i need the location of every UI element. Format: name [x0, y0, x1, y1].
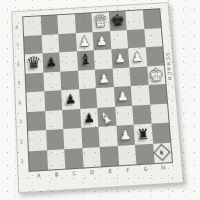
square-g1 — [135, 143, 154, 164]
square-c3 — [62, 108, 81, 129]
square-h3 — [150, 103, 169, 123]
square-a6: ♛ — [25, 53, 43, 73]
square-e1 — [100, 145, 119, 166]
piece-white-queen: ♛ — [93, 13, 109, 30]
square-b8 — [40, 15, 58, 34]
square-e5: ♟ — [95, 68, 114, 88]
square-d5 — [78, 69, 96, 89]
piece-white-pawn: ♟ — [96, 34, 108, 47]
piece-black-rook: ♜ — [136, 127, 150, 142]
rank-label-1: 1 — [20, 151, 24, 171]
file-label-f: F — [119, 166, 137, 173]
piece-white-pawn: ♟ — [98, 71, 110, 84]
square-d2 — [81, 127, 100, 148]
square-f3 — [115, 105, 134, 126]
square-g8 — [125, 10, 143, 29]
file-label-g: G — [137, 165, 155, 172]
piece-white-king: ♚ — [148, 66, 164, 83]
square-b5 — [43, 71, 61, 91]
square-h8 — [142, 9, 160, 28]
square-g5 — [129, 66, 148, 86]
piece-black-bishop: ♝ — [79, 53, 93, 68]
piece-white-pawn: ♟ — [114, 52, 126, 65]
rank-label-8: 8 — [15, 18, 19, 37]
square-b4 — [44, 90, 62, 110]
rank-label-2: 2 — [19, 132, 23, 152]
piece-white-pawn: ♟ — [117, 89, 129, 103]
square-d8 — [74, 13, 92, 32]
chess-board: 87654321 ♛♚♟♟♛♟♝♟♟♟♚♟♟♟♝♟♜♞ ABCDEFGH SCH… — [11, 2, 184, 193]
square-h4 — [148, 84, 167, 104]
square-b1 — [47, 149, 66, 170]
square-b7 — [41, 34, 59, 54]
square-e3: ♝ — [97, 106, 116, 127]
square-a4 — [26, 91, 44, 111]
square-d7: ♟ — [75, 32, 93, 52]
rank-labels: 87654321 — [15, 18, 24, 172]
square-f4: ♟ — [113, 86, 132, 106]
square-h2 — [151, 123, 170, 144]
square-d4 — [79, 88, 98, 108]
file-label-a: A — [30, 172, 48, 179]
rank-label-5: 5 — [17, 74, 21, 93]
square-f1 — [117, 144, 136, 165]
piece-black-pawn: ♟ — [83, 111, 95, 125]
square-f2: ♟ — [116, 125, 135, 146]
square-e4 — [96, 87, 115, 107]
square-c8 — [57, 14, 75, 33]
board-grid: ♛♚♟♟♛♟♝♟♟♟♚♟♟♟♝♟♜♞ — [23, 9, 172, 171]
square-h6 — [145, 46, 164, 66]
square-b2 — [46, 129, 65, 150]
square-d6: ♝ — [76, 50, 94, 70]
square-e2 — [98, 126, 117, 147]
square-h5: ♚ — [147, 65, 166, 85]
square-b6: ♟ — [42, 52, 60, 72]
rank-label-4: 4 — [18, 93, 22, 112]
square-e8: ♛ — [91, 12, 109, 31]
square-g4 — [131, 85, 150, 105]
square-b3 — [45, 110, 64, 131]
square-a5 — [26, 72, 44, 92]
mat-logo-emblem: ♞ — [154, 144, 171, 161]
square-f8: ♚ — [108, 11, 126, 30]
square-c1 — [64, 148, 83, 169]
square-f7 — [110, 30, 128, 50]
square-a1 — [29, 150, 48, 171]
square-f6: ♟ — [111, 48, 130, 68]
photo-of-chessboard: 87654321 ♛♚♟♟♛♟♝♟♟♟♚♟♟♟♝♟♜♞ ABCDEFGH SCH… — [0, 0, 200, 200]
piece-black-pawn: ♟ — [64, 93, 76, 107]
square-a3 — [27, 111, 45, 132]
file-label-b: B — [48, 171, 66, 178]
file-label-d: D — [83, 169, 101, 176]
square-h7 — [144, 28, 163, 48]
rank-label-7: 7 — [16, 36, 20, 55]
chess-mat: 87654321 ♛♚♟♟♛♟♝♟♟♟♚♟♟♟♝♟♜♞ ABCDEFGH SCH… — [11, 2, 184, 193]
rank-label-6: 6 — [16, 55, 20, 74]
piece-black-queen: ♛ — [26, 55, 42, 72]
piece-white-pawn: ♟ — [131, 51, 143, 64]
square-c5 — [60, 70, 78, 90]
square-g3 — [132, 104, 151, 124]
square-c6 — [59, 51, 77, 71]
brand-text: SCHACH — [164, 52, 172, 81]
piece-white-pawn: ♟ — [119, 128, 132, 142]
square-a8 — [23, 16, 41, 35]
square-h1: ♞ — [153, 142, 172, 163]
square-a2 — [28, 130, 47, 151]
piece-black-king: ♚ — [110, 12, 126, 29]
square-g6: ♟ — [128, 47, 147, 67]
square-d1 — [82, 147, 101, 168]
piece-white-pawn: ♟ — [78, 35, 90, 48]
square-f5 — [112, 67, 131, 87]
square-d3: ♟ — [80, 107, 99, 128]
file-label-c: C — [65, 170, 83, 177]
file-label-h: H — [154, 164, 172, 171]
square-a7 — [24, 35, 42, 55]
piece-black-pawn: ♟ — [45, 56, 57, 69]
file-label-e: E — [101, 167, 119, 174]
square-g2: ♜ — [134, 124, 153, 145]
square-c7 — [58, 33, 76, 53]
square-c4: ♟ — [61, 89, 79, 109]
square-c2 — [63, 128, 82, 149]
square-e7: ♟ — [93, 31, 111, 51]
square-g7 — [127, 29, 146, 49]
rank-label-3: 3 — [19, 112, 23, 132]
square-e6 — [94, 49, 112, 69]
